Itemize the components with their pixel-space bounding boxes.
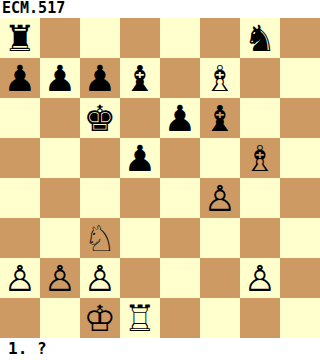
square-c8[interactable] bbox=[80, 18, 120, 58]
square-h8[interactable] bbox=[280, 18, 320, 58]
black-king-c6: ♚ bbox=[80, 98, 120, 138]
square-g1[interactable] bbox=[240, 298, 280, 338]
black-rook-a8: ♜ bbox=[0, 18, 40, 58]
square-e8[interactable] bbox=[160, 18, 200, 58]
white-bishop-f7: ♗ bbox=[200, 58, 240, 98]
square-e5[interactable] bbox=[160, 138, 200, 178]
square-h7[interactable] bbox=[280, 58, 320, 98]
white-pawn-b2: ♙ bbox=[40, 258, 80, 298]
square-f2[interactable] bbox=[200, 258, 240, 298]
square-h2[interactable] bbox=[280, 258, 320, 298]
square-d2[interactable] bbox=[120, 258, 160, 298]
square-b3[interactable] bbox=[40, 218, 80, 258]
square-b1[interactable] bbox=[40, 298, 80, 338]
square-d4[interactable] bbox=[120, 178, 160, 218]
square-a8[interactable]: ♜ bbox=[0, 18, 40, 58]
square-e3[interactable] bbox=[160, 218, 200, 258]
square-h6[interactable] bbox=[280, 98, 320, 138]
square-f5[interactable] bbox=[200, 138, 240, 178]
square-b8[interactable] bbox=[40, 18, 80, 58]
black-pawn-b7: ♟ bbox=[40, 58, 80, 98]
square-e2[interactable] bbox=[160, 258, 200, 298]
square-d6[interactable] bbox=[120, 98, 160, 138]
square-e6[interactable]: ♟ bbox=[160, 98, 200, 138]
square-b2[interactable]: ♙ bbox=[40, 258, 80, 298]
square-d8[interactable] bbox=[120, 18, 160, 58]
square-a6[interactable] bbox=[0, 98, 40, 138]
chess-board: ♜♞♟♟♟♝♗♚♟♝♟♗♙♘♙♙♙♙♔♖ bbox=[0, 18, 320, 338]
white-pawn-g2: ♙ bbox=[240, 258, 280, 298]
square-a5[interactable] bbox=[0, 138, 40, 178]
square-f1[interactable] bbox=[200, 298, 240, 338]
square-d7[interactable]: ♝ bbox=[120, 58, 160, 98]
white-pawn-f4: ♙ bbox=[200, 178, 240, 218]
square-a7[interactable]: ♟ bbox=[0, 58, 40, 98]
square-b4[interactable] bbox=[40, 178, 80, 218]
square-c7[interactable]: ♟ bbox=[80, 58, 120, 98]
white-pawn-c2: ♙ bbox=[80, 258, 120, 298]
square-g4[interactable] bbox=[240, 178, 280, 218]
square-c1[interactable]: ♔ bbox=[80, 298, 120, 338]
black-bishop-f6: ♝ bbox=[200, 98, 240, 138]
white-king-c1: ♔ bbox=[80, 298, 120, 338]
black-pawn-c7: ♟ bbox=[80, 58, 120, 98]
square-g8[interactable]: ♞ bbox=[240, 18, 280, 58]
square-c4[interactable] bbox=[80, 178, 120, 218]
square-g6[interactable] bbox=[240, 98, 280, 138]
move-prompt: 1. ? bbox=[0, 338, 320, 360]
square-e4[interactable] bbox=[160, 178, 200, 218]
square-g5[interactable]: ♗ bbox=[240, 138, 280, 178]
chess-puzzle-app: ECM.517 ♜♞♟♟♟♝♗♚♟♝♟♗♙♘♙♙♙♙♔♖ 1. ? bbox=[0, 0, 320, 360]
white-knight-c3: ♘ bbox=[80, 218, 120, 258]
black-pawn-d5: ♟ bbox=[120, 138, 160, 178]
square-d3[interactable] bbox=[120, 218, 160, 258]
square-h4[interactable] bbox=[280, 178, 320, 218]
square-a4[interactable] bbox=[0, 178, 40, 218]
square-a1[interactable] bbox=[0, 298, 40, 338]
square-e7[interactable] bbox=[160, 58, 200, 98]
square-a2[interactable]: ♙ bbox=[0, 258, 40, 298]
square-g7[interactable] bbox=[240, 58, 280, 98]
square-c5[interactable] bbox=[80, 138, 120, 178]
square-f7[interactable]: ♗ bbox=[200, 58, 240, 98]
square-c6[interactable]: ♚ bbox=[80, 98, 120, 138]
puzzle-title: ECM.517 bbox=[0, 0, 320, 18]
square-g2[interactable]: ♙ bbox=[240, 258, 280, 298]
square-f8[interactable] bbox=[200, 18, 240, 58]
square-h5[interactable] bbox=[280, 138, 320, 178]
square-g3[interactable] bbox=[240, 218, 280, 258]
black-knight-g8: ♞ bbox=[240, 18, 280, 58]
square-f4[interactable]: ♙ bbox=[200, 178, 240, 218]
square-a3[interactable] bbox=[0, 218, 40, 258]
square-f3[interactable] bbox=[200, 218, 240, 258]
white-pawn-a2: ♙ bbox=[0, 258, 40, 298]
white-rook-d1: ♖ bbox=[120, 298, 160, 338]
square-d1[interactable]: ♖ bbox=[120, 298, 160, 338]
black-pawn-e6: ♟ bbox=[160, 98, 200, 138]
square-h3[interactable] bbox=[280, 218, 320, 258]
square-h1[interactable] bbox=[280, 298, 320, 338]
black-bishop-d7: ♝ bbox=[120, 58, 160, 98]
square-e1[interactable] bbox=[160, 298, 200, 338]
square-b6[interactable] bbox=[40, 98, 80, 138]
square-c3[interactable]: ♘ bbox=[80, 218, 120, 258]
square-f6[interactable]: ♝ bbox=[200, 98, 240, 138]
black-pawn-a7: ♟ bbox=[0, 58, 40, 98]
square-b5[interactable] bbox=[40, 138, 80, 178]
square-d5[interactable]: ♟ bbox=[120, 138, 160, 178]
square-b7[interactable]: ♟ bbox=[40, 58, 80, 98]
square-c2[interactable]: ♙ bbox=[80, 258, 120, 298]
white-bishop-g5: ♗ bbox=[240, 138, 280, 178]
